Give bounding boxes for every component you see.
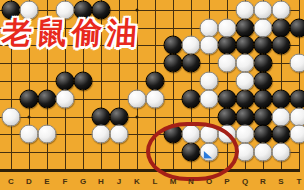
white-stone-R9[interactable] bbox=[254, 18, 273, 37]
black-stone-Q9[interactable] bbox=[236, 18, 255, 37]
white-stone-S10[interactable] bbox=[272, 0, 291, 19]
column-label-L: L bbox=[153, 177, 158, 186]
black-stone-R8[interactable] bbox=[254, 36, 273, 55]
black-stone-R3[interactable] bbox=[254, 125, 273, 144]
star-point bbox=[136, 115, 139, 118]
white-stone-S4[interactable] bbox=[272, 107, 291, 126]
black-stone-R6[interactable] bbox=[254, 72, 273, 91]
white-stone-O9[interactable] bbox=[200, 18, 219, 37]
black-stone-T5[interactable] bbox=[290, 89, 305, 108]
black-stone-R5[interactable] bbox=[254, 89, 273, 108]
black-stone-T9[interactable] bbox=[290, 18, 305, 37]
white-stone-T4[interactable] bbox=[290, 107, 305, 126]
white-stone-O8[interactable] bbox=[200, 36, 219, 55]
column-label-S: S bbox=[278, 177, 283, 186]
black-stone-P5[interactable] bbox=[218, 89, 237, 108]
white-stone-Q7[interactable] bbox=[236, 54, 255, 73]
column-label-T: T bbox=[297, 177, 302, 186]
white-stone-P9[interactable] bbox=[218, 18, 237, 37]
puzzle-title: 老鼠偷油 bbox=[1, 16, 143, 50]
black-stone-N7[interactable] bbox=[182, 54, 201, 73]
column-label-E: E bbox=[44, 177, 49, 186]
black-stone-M8[interactable] bbox=[164, 36, 183, 55]
column-label-D: D bbox=[26, 177, 32, 186]
white-stone-O5[interactable] bbox=[200, 89, 219, 108]
black-stone-P8[interactable] bbox=[218, 36, 237, 55]
column-label-K: K bbox=[134, 177, 140, 186]
white-stone-Q3[interactable] bbox=[236, 125, 255, 144]
black-stone-L6[interactable] bbox=[146, 72, 165, 91]
black-stone-F6[interactable] bbox=[56, 72, 75, 91]
star-point bbox=[136, 8, 139, 11]
white-stone-L5[interactable] bbox=[146, 89, 165, 108]
column-label-F: F bbox=[63, 177, 68, 186]
black-stone-G6[interactable] bbox=[74, 72, 93, 91]
black-stone-N5[interactable] bbox=[182, 89, 201, 108]
go-board[interactable]: 老鼠偷油 CDEFGHJKLMNOPQRST bbox=[0, 0, 304, 190]
black-stone-S3[interactable] bbox=[272, 125, 291, 144]
star-point bbox=[28, 115, 31, 118]
black-stone-Q4[interactable] bbox=[236, 107, 255, 126]
black-stone-S8[interactable] bbox=[272, 36, 291, 55]
black-stone-J4[interactable] bbox=[110, 107, 129, 126]
white-stone-J3[interactable] bbox=[110, 125, 129, 144]
white-stone-P7[interactable] bbox=[218, 54, 237, 73]
white-stone-D3[interactable] bbox=[20, 125, 39, 144]
white-stone-S2[interactable] bbox=[272, 143, 291, 162]
black-stone-D5[interactable] bbox=[20, 89, 39, 108]
red-oval-annotation bbox=[146, 122, 239, 181]
column-label-G: G bbox=[80, 177, 86, 186]
white-stone-N8[interactable] bbox=[182, 36, 201, 55]
column-label-Q: Q bbox=[242, 177, 248, 186]
black-stone-Q5[interactable] bbox=[236, 89, 255, 108]
column-label-O: O bbox=[206, 177, 212, 186]
column-label-N: N bbox=[188, 177, 194, 186]
black-stone-R7[interactable] bbox=[254, 54, 273, 73]
grid-line bbox=[0, 169, 300, 172]
white-stone-F5[interactable] bbox=[56, 89, 75, 108]
white-stone-R2[interactable] bbox=[254, 143, 273, 162]
white-stone-T7[interactable] bbox=[290, 54, 305, 73]
white-stone-H3[interactable] bbox=[92, 125, 111, 144]
black-stone-S5[interactable] bbox=[272, 89, 291, 108]
black-stone-R4[interactable] bbox=[254, 107, 273, 126]
black-stone-S9[interactable] bbox=[272, 18, 291, 37]
column-label-J: J bbox=[117, 177, 121, 186]
white-stone-O6[interactable] bbox=[200, 72, 219, 91]
column-label-R: R bbox=[260, 177, 266, 186]
white-stone-Q6[interactable] bbox=[236, 72, 255, 91]
white-stone-C4[interactable] bbox=[2, 107, 21, 126]
white-stone-T3[interactable] bbox=[290, 125, 305, 144]
column-label-H: H bbox=[98, 177, 104, 186]
black-stone-M7[interactable] bbox=[164, 54, 183, 73]
column-label-C: C bbox=[8, 177, 14, 186]
white-stone-K5[interactable] bbox=[128, 89, 147, 108]
column-label-M: M bbox=[170, 177, 177, 186]
black-stone-H4[interactable] bbox=[92, 107, 111, 126]
black-stone-E5[interactable] bbox=[38, 89, 57, 108]
white-stone-E3[interactable] bbox=[38, 125, 57, 144]
white-stone-R10[interactable] bbox=[254, 0, 273, 19]
black-stone-P4[interactable] bbox=[218, 107, 237, 126]
black-stone-Q8[interactable] bbox=[236, 36, 255, 55]
white-stone-Q10[interactable] bbox=[236, 0, 255, 19]
column-label-P: P bbox=[224, 177, 229, 186]
